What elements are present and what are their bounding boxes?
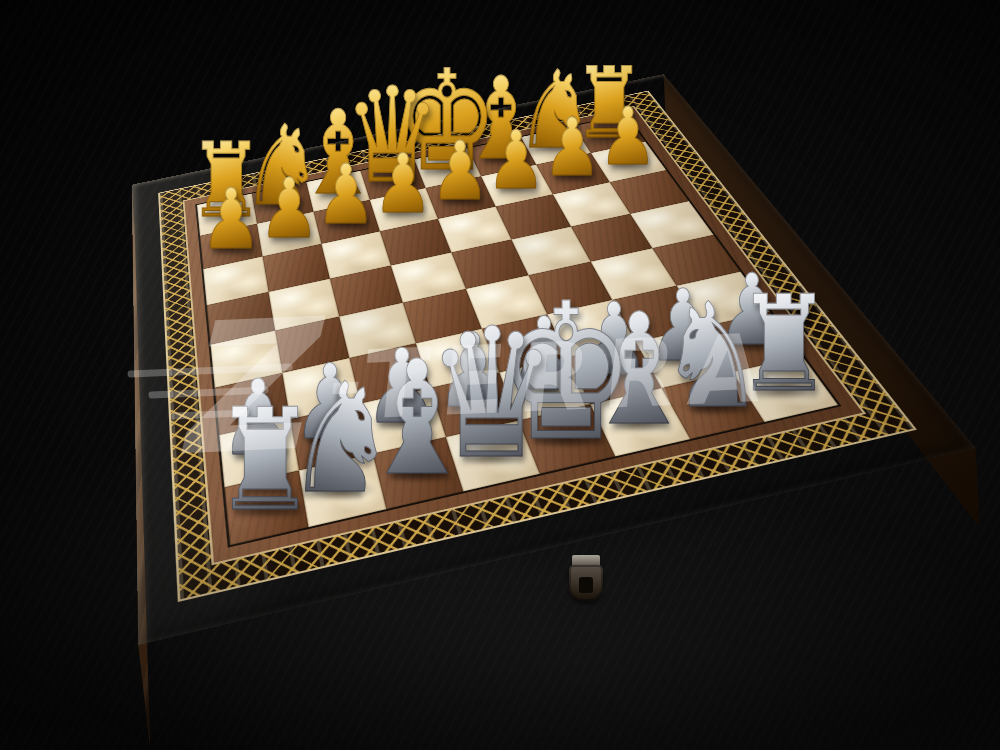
board-grid-frame	[195, 114, 841, 548]
box-latch-clasp	[568, 555, 604, 603]
clasp-keyhole	[579, 577, 593, 593]
chess-box-photo-scene: ♜♞♝♛♚♝♞♜♟♟♟♟♟♟♟♟♟♟♟♟♟♟♟♟♜♞♝♛♚♝♞♜ Z - TER…	[0, 0, 1000, 750]
chess-board-grid	[197, 115, 838, 545]
inner-walnut-margin	[183, 106, 867, 565]
